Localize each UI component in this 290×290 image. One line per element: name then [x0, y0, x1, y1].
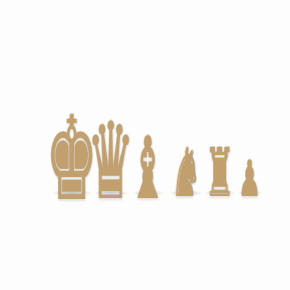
chess-pieces-photo: ♚ ♛ ♝ ♞ ♜ ♟: [0, 0, 290, 290]
queen-piece: ♛: [87, 109, 135, 215]
pawn-piece: ♟: [239, 154, 261, 204]
bishop-piece: ♝: [129, 125, 168, 211]
knight-piece: ♞: [171, 139, 201, 207]
rook-piece: ♜: [205, 140, 235, 207]
